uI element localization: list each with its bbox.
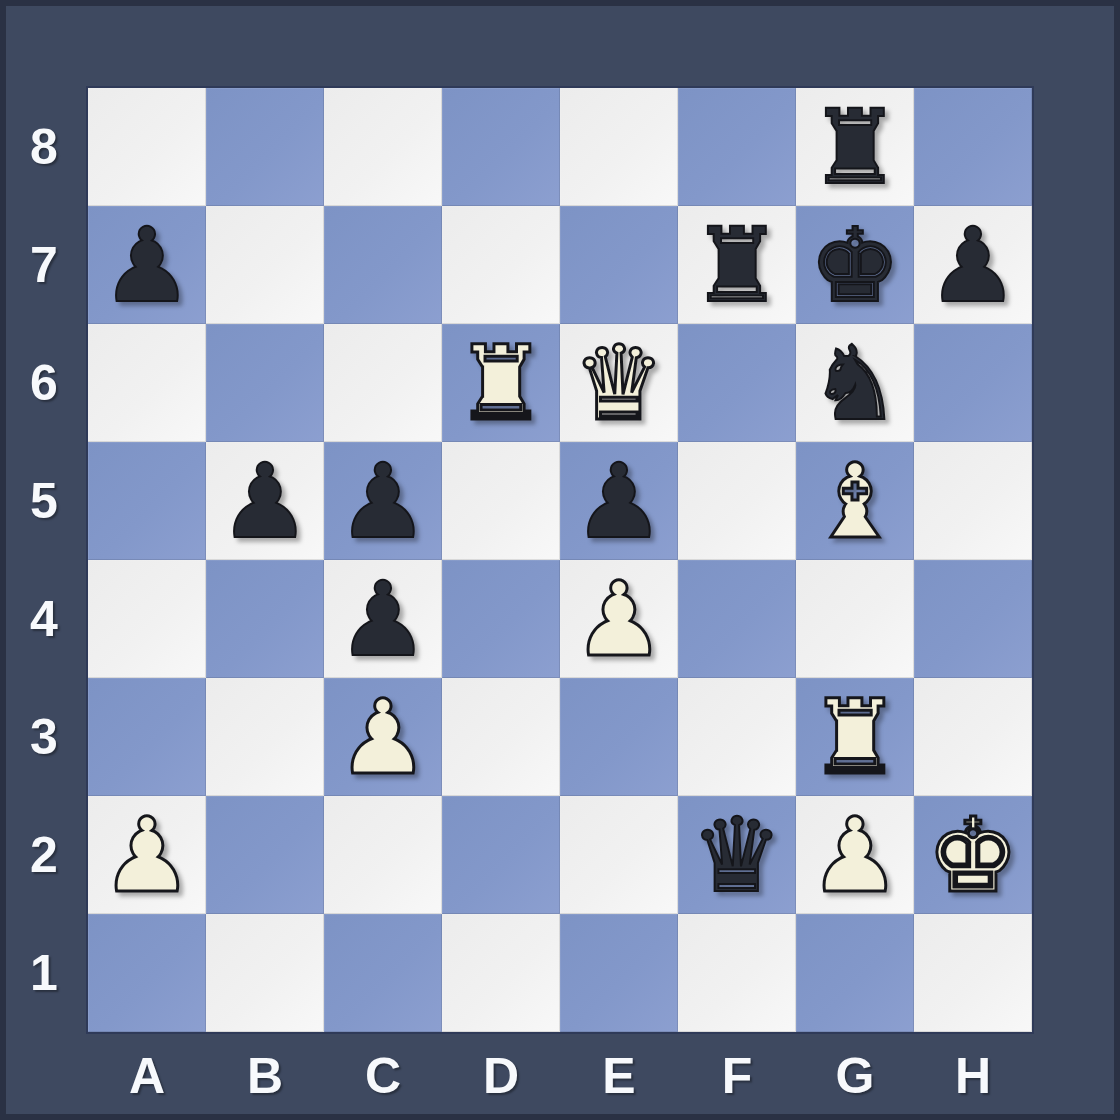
square-f8[interactable]: [678, 88, 796, 206]
square-f4[interactable]: [678, 560, 796, 678]
square-g4[interactable]: [796, 560, 914, 678]
square-c5[interactable]: ♟: [324, 442, 442, 560]
square-b5[interactable]: ♟: [206, 442, 324, 560]
rank-label-4: 4: [0, 560, 88, 678]
rank-label-8: 8: [0, 88, 88, 206]
square-c4[interactable]: ♟: [324, 560, 442, 678]
square-e4[interactable]: ♟: [560, 560, 678, 678]
square-b7[interactable]: [206, 206, 324, 324]
square-g5[interactable]: ♝: [796, 442, 914, 560]
black-pawn-b5[interactable]: ♟: [219, 442, 311, 560]
square-f6[interactable]: [678, 324, 796, 442]
square-g6[interactable]: ♞: [796, 324, 914, 442]
square-g8[interactable]: ♜: [796, 88, 914, 206]
square-d6[interactable]: ♜: [442, 324, 560, 442]
white-king-h2[interactable]: ♚: [927, 796, 1019, 914]
square-g7[interactable]: ♚: [796, 206, 914, 324]
square-f5[interactable]: [678, 442, 796, 560]
square-d8[interactable]: [442, 88, 560, 206]
square-c1[interactable]: [324, 914, 442, 1032]
square-a5[interactable]: [88, 442, 206, 560]
square-e6[interactable]: ♛: [560, 324, 678, 442]
white-pawn-e4[interactable]: ♟: [573, 560, 665, 678]
square-b3[interactable]: [206, 678, 324, 796]
square-h6[interactable]: [914, 324, 1032, 442]
rank-label-3: 3: [0, 678, 88, 796]
black-queen-f2[interactable]: ♛: [691, 796, 783, 914]
square-e7[interactable]: [560, 206, 678, 324]
chess-board: ♜♟♜♚♟♜♛♞♟♟♟♝♟♟♟♜♟♛♟♚: [88, 88, 1032, 1032]
rank-label-5: 5: [0, 442, 88, 560]
square-f2[interactable]: ♛: [678, 796, 796, 914]
square-h1[interactable]: [914, 914, 1032, 1032]
square-d4[interactable]: [442, 560, 560, 678]
square-h3[interactable]: [914, 678, 1032, 796]
square-g1[interactable]: [796, 914, 914, 1032]
square-a3[interactable]: [88, 678, 206, 796]
square-h7[interactable]: ♟: [914, 206, 1032, 324]
square-f1[interactable]: [678, 914, 796, 1032]
square-d1[interactable]: [442, 914, 560, 1032]
square-b6[interactable]: [206, 324, 324, 442]
square-d2[interactable]: [442, 796, 560, 914]
square-e8[interactable]: [560, 88, 678, 206]
chess-board-frame: 87654321 ♜♟♜♚♟♜♛♞♟♟♟♝♟♟♟♜♟♛♟♚ ABCDEFGH: [0, 0, 1120, 1120]
rank-labels: 87654321: [0, 88, 88, 1032]
square-d7[interactable]: [442, 206, 560, 324]
square-e2[interactable]: [560, 796, 678, 914]
file-labels: ABCDEFGH: [88, 1032, 1032, 1120]
square-e1[interactable]: [560, 914, 678, 1032]
square-c3[interactable]: ♟: [324, 678, 442, 796]
square-g3[interactable]: ♜: [796, 678, 914, 796]
rank-label-1: 1: [0, 914, 88, 1032]
black-pawn-c5[interactable]: ♟: [337, 442, 429, 560]
square-b1[interactable]: [206, 914, 324, 1032]
square-c2[interactable]: [324, 796, 442, 914]
black-knight-g6[interactable]: ♞: [809, 324, 901, 442]
black-pawn-a7[interactable]: ♟: [101, 206, 193, 324]
black-rook-g8[interactable]: ♜: [809, 88, 901, 206]
white-pawn-g2[interactable]: ♟: [809, 796, 901, 914]
square-e3[interactable]: [560, 678, 678, 796]
square-a1[interactable]: [88, 914, 206, 1032]
black-pawn-e5[interactable]: ♟: [573, 442, 665, 560]
square-d5[interactable]: [442, 442, 560, 560]
square-a6[interactable]: [88, 324, 206, 442]
square-c6[interactable]: [324, 324, 442, 442]
square-a8[interactable]: [88, 88, 206, 206]
square-f3[interactable]: [678, 678, 796, 796]
square-b8[interactable]: [206, 88, 324, 206]
black-pawn-c4[interactable]: ♟: [337, 560, 429, 678]
square-a4[interactable]: [88, 560, 206, 678]
rank-label-7: 7: [0, 206, 88, 324]
square-g2[interactable]: ♟: [796, 796, 914, 914]
white-pawn-c3[interactable]: ♟: [337, 678, 429, 796]
square-h4[interactable]: [914, 560, 1032, 678]
white-queen-e6[interactable]: ♛: [573, 324, 665, 442]
file-label-a: A: [88, 1032, 206, 1120]
square-f7[interactable]: ♜: [678, 206, 796, 324]
square-h5[interactable]: [914, 442, 1032, 560]
square-a7[interactable]: ♟: [88, 206, 206, 324]
file-label-d: D: [442, 1032, 560, 1120]
file-label-f: F: [678, 1032, 796, 1120]
square-a2[interactable]: ♟: [88, 796, 206, 914]
black-king-g7[interactable]: ♚: [809, 206, 901, 324]
white-rook-d6[interactable]: ♜: [455, 324, 547, 442]
rank-label-2: 2: [0, 796, 88, 914]
square-e5[interactable]: ♟: [560, 442, 678, 560]
square-b4[interactable]: [206, 560, 324, 678]
file-label-c: C: [324, 1032, 442, 1120]
square-h2[interactable]: ♚: [914, 796, 1032, 914]
black-rook-f7[interactable]: ♜: [691, 206, 783, 324]
white-pawn-a2[interactable]: ♟: [101, 796, 193, 914]
square-d3[interactable]: [442, 678, 560, 796]
square-c8[interactable]: [324, 88, 442, 206]
white-bishop-g5[interactable]: ♝: [809, 442, 901, 560]
file-label-e: E: [560, 1032, 678, 1120]
square-c7[interactable]: [324, 206, 442, 324]
square-h8[interactable]: [914, 88, 1032, 206]
file-label-h: H: [914, 1032, 1032, 1120]
square-b2[interactable]: [206, 796, 324, 914]
rank-label-6: 6: [0, 324, 88, 442]
black-pawn-h7[interactable]: ♟: [927, 206, 1019, 324]
file-label-b: B: [206, 1032, 324, 1120]
white-rook-g3[interactable]: ♜: [809, 678, 901, 796]
file-label-g: G: [796, 1032, 914, 1120]
